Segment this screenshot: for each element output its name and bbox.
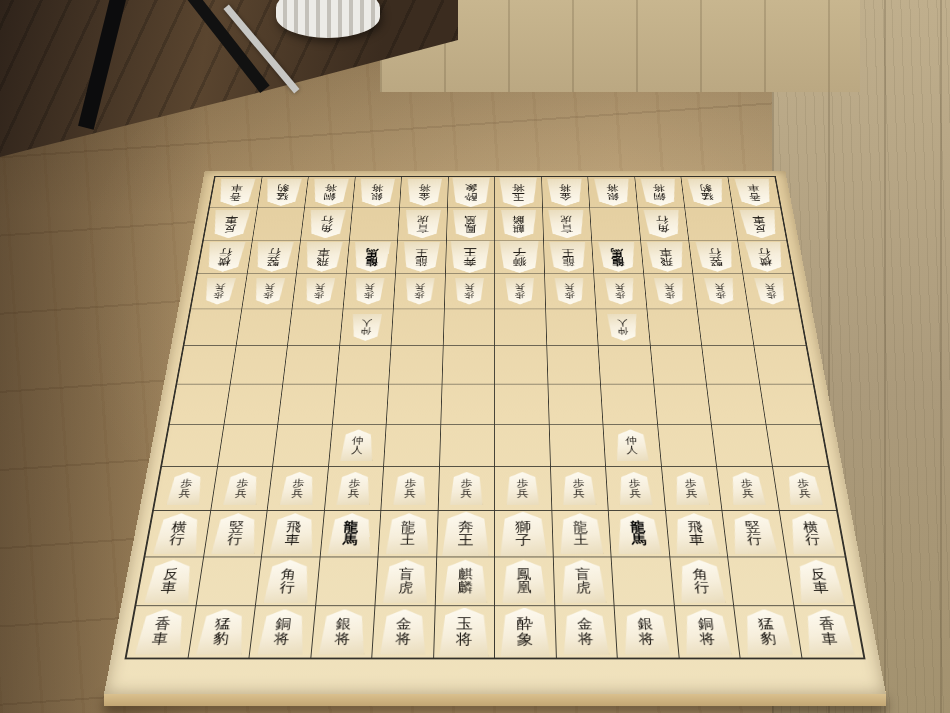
piece-kanji: 兵 [214,283,226,291]
board-cell[interactable] [336,346,391,384]
piece-phoenix[interactable]: 鳳凰 [502,560,546,603]
board-cell[interactable]: 金将 [400,177,448,208]
piece-pawn[interactable]: 歩兵 [506,472,539,505]
board-cell[interactable] [349,208,400,240]
board-cell[interactable] [170,384,230,424]
piece-bishop[interactable]: 角行 [307,210,345,238]
piece-kanji: 行 [268,248,282,257]
board-cell[interactable] [685,208,738,240]
board-cell[interactable]: 竪行 [247,240,301,274]
piece-kanji: 車 [689,533,705,546]
board-cell[interactable] [443,309,495,346]
piece-kanji: 猛 [700,192,713,201]
board-cell[interactable] [273,425,332,467]
piece-pawn[interactable]: 歩兵 [562,472,596,505]
piece-dragon-king[interactable]: 龍王 [550,242,587,272]
piece-kanji: 行 [168,533,185,546]
board-cell[interactable]: 角行 [301,208,353,240]
board-cell[interactable]: 銀将 [311,606,376,657]
board-cell[interactable]: 歩兵 [154,467,218,511]
piece-kanji: 子 [515,533,531,547]
piece-kanji: 兵 [235,488,248,498]
board-cell[interactable]: 猛豹 [257,177,308,208]
board-cell[interactable] [288,309,343,346]
piece-go-between[interactable]: 仲人 [607,314,639,341]
board-cell[interactable] [495,425,551,467]
piece-gold-general[interactable]: 金将 [562,609,609,654]
piece-kanji: 車 [820,632,838,646]
piece-rook[interactable]: 飛車 [647,242,686,272]
piece-kanji: 王 [458,533,474,547]
piece-kanji: 獅 [512,257,526,267]
piece-kanji: 銀 [370,192,383,201]
piece-go-between[interactable]: 仲人 [615,430,649,461]
board-cell[interactable]: 香車 [127,606,196,657]
board-cell[interactable]: 鳳凰 [495,557,555,606]
piece-kanji: 将 [638,632,655,646]
board-cell[interactable] [647,309,702,346]
piece-kanji: 奔 [463,257,477,267]
piece-silver-general[interactable]: 銀将 [594,179,631,206]
piece-kanji: 車 [746,184,759,193]
board-cell[interactable] [230,346,288,384]
board-cell[interactable]: 歩兵 [268,467,329,511]
board-cell[interactable] [332,384,389,424]
piece-kanji: 反 [223,224,237,233]
piece-pawn[interactable]: 歩兵 [455,278,484,304]
piece-kanji: 将 [652,184,665,193]
board-cell[interactable] [316,557,379,606]
piece-kanji: 人 [626,445,638,455]
piece-kanji: 将 [559,184,571,193]
piece-copper-general[interactable]: 銅将 [311,179,349,206]
piece-dragon-king[interactable]: 龍王 [559,513,603,554]
piece-kanji: 歩 [565,291,576,299]
board-cell[interactable]: 歩兵 [594,274,647,309]
board-cell[interactable]: 盲虎 [375,557,436,606]
piece-phoenix[interactable]: 鳳凰 [453,210,489,238]
board-cell[interactable]: 飛車 [297,240,350,274]
piece-blind-tiger[interactable]: 盲虎 [548,210,585,238]
board-cell[interactable] [707,384,766,424]
piece-kanji: 歩 [665,291,676,299]
piece-pawn[interactable]: 歩兵 [404,278,434,304]
board-cell[interactable] [754,346,813,384]
piece-kanji: 盲 [561,224,574,233]
piece-kanji: 馬 [610,248,623,257]
piece-blind-tiger[interactable]: 盲虎 [561,560,606,603]
piece-dragon-king[interactable]: 龍王 [402,242,439,272]
board-cell[interactable] [387,384,442,424]
board-cell[interactable]: 飛車 [641,240,694,274]
piece-kanji: 行 [320,215,333,224]
piece-pawn[interactable]: 歩兵 [618,472,653,505]
board-cell[interactable] [162,425,224,467]
board-cell[interactable] [441,384,495,424]
board-cell[interactable]: 香車 [794,606,863,657]
piece-bishop[interactable]: 角行 [677,560,725,603]
piece-kanji: 兵 [460,488,472,498]
board-cell[interactable]: 龍王 [552,511,612,557]
board-cell[interactable] [698,309,754,346]
board-cell[interactable]: 歩兵 [381,467,439,511]
piece-kanji: 人 [361,319,372,327]
board-cell[interactable] [728,557,794,606]
board-cell[interactable]: 飛車 [262,511,325,557]
piece-kanji: 王 [400,533,415,546]
board-cell[interactable]: 龍馬 [592,240,644,274]
board-cell[interactable]: 銀将 [615,606,680,657]
board-cell[interactable] [278,384,336,424]
board-cell[interactable]: 盲虎 [398,208,448,240]
piece-kanji: 銅 [653,192,666,201]
piece-kanji: 横 [758,257,772,266]
piece-kanji: 歩 [765,291,777,299]
piece-king[interactable]: 玉将 [499,178,537,207]
board-cell[interactable]: 歩兵 [743,274,799,309]
piece-kanji: 虎 [576,581,592,595]
piece-reverse-chariot[interactable]: 反車 [210,210,250,238]
piece-kanji: 車 [659,248,673,257]
board-surface: 香車猛豹銅将銀将金将酔象玉将金将銀将銅将猛豹香車反車角行盲虎鳳凰麒麟盲虎角行反車… [104,171,886,694]
board-cell[interactable]: 竪行 [722,511,786,557]
piece-king[interactable]: 玉将 [439,607,488,656]
piece-silver-general[interactable]: 銀将 [358,179,395,206]
board-cell[interactable]: 歩兵 [693,274,748,309]
piece-pawn[interactable]: 歩兵 [280,472,316,505]
board-cell[interactable] [442,346,495,384]
piece-kanji: 兵 [573,488,585,498]
board-cell[interactable] [495,346,548,384]
board-cell[interactable] [495,384,549,424]
piece-drunk-elephant[interactable]: 酔象 [452,178,490,207]
piece-kanji: 車 [317,248,331,257]
board-cell[interactable]: 銀将 [588,177,637,208]
board-cell[interactable] [548,384,603,424]
board-cell[interactable]: 反車 [136,557,203,606]
piece-reverse-chariot[interactable]: 反車 [795,560,846,603]
board-cell[interactable] [391,309,444,346]
board-cell[interactable] [599,346,654,384]
board-cell[interactable] [196,557,262,606]
board-cell[interactable]: 歩兵 [644,274,698,309]
piece-ferocious-leopard[interactable]: 猛豹 [742,609,793,654]
piece-kanji: 龍 [365,257,378,266]
piece-pawn[interactable]: 歩兵 [202,278,235,304]
piece-kanji: 将 [606,184,619,193]
piece-kanji: 歩 [263,291,275,299]
piece-kanji: 兵 [364,283,375,291]
piece-gold-general[interactable]: 金将 [406,179,442,206]
board-cell[interactable] [549,425,606,467]
piece-ferocious-leopard[interactable]: 猛豹 [196,609,247,654]
piece-rook[interactable]: 飛車 [269,513,316,554]
piece-dragon-horse[interactable]: 龍馬 [598,242,636,272]
board-cell[interactable]: 仲人 [328,425,386,467]
board-cell[interactable]: 竪行 [204,511,268,557]
board-cell[interactable]: 龍馬 [609,511,670,557]
piece-kanji: 歩 [715,291,727,299]
board-cell[interactable]: 歩兵 [495,467,552,511]
piece-dragon-king[interactable]: 龍王 [386,513,430,554]
piece-pawn[interactable]: 歩兵 [354,278,385,304]
piece-ferocious-leopard[interactable]: 猛豹 [687,179,725,206]
piece-kanji: 兵 [517,488,529,498]
board-cell[interactable]: 角行 [638,208,690,240]
board-cell[interactable]: 歩兵 [211,467,273,511]
board-cell[interactable]: 歩兵 [292,274,346,309]
piece-vertical-mover[interactable]: 竪行 [211,513,259,554]
piece-gold-general[interactable]: 金将 [547,179,583,206]
piece-kanji: 車 [284,533,300,546]
board-cell[interactable] [547,346,601,384]
board-cell[interactable] [252,208,305,240]
board-cell[interactable]: 銅将 [249,606,315,657]
piece-pawn[interactable]: 歩兵 [605,278,636,304]
piece-side-mover[interactable]: 横行 [153,513,202,554]
board-cell[interactable] [177,346,236,384]
piece-reverse-chariot[interactable]: 反車 [739,210,779,238]
board-cell[interactable]: 銀将 [352,177,401,208]
board-cell[interactable]: 盲虎 [543,208,593,240]
piece-copper-general[interactable]: 銅将 [682,609,731,654]
board-cell[interactable] [283,346,340,384]
board-cell[interactable]: 龍王 [544,240,595,274]
piece-side-mover[interactable]: 横行 [744,242,785,272]
piece-kanji: 将 [371,184,384,193]
piece-go-between[interactable]: 仲人 [340,430,374,461]
piece-lance[interactable]: 香車 [802,609,854,654]
board-cell[interactable]: 横行 [738,240,793,274]
board-cell[interactable] [612,557,675,606]
piece-rook[interactable]: 飛車 [303,242,342,272]
board-cell[interactable] [546,309,599,346]
piece-pawn[interactable]: 歩兵 [393,472,427,505]
piece-ferocious-leopard[interactable]: 猛豹 [264,179,302,206]
board-cell[interactable]: 香車 [728,177,780,208]
board-cell[interactable]: 歩兵 [551,467,609,511]
board-cell[interactable] [236,309,292,346]
board-cell[interactable] [766,425,828,467]
board-cell[interactable]: 仲人 [596,309,650,346]
piece-pawn[interactable]: 歩兵 [654,278,686,304]
piece-kanji: 車 [151,632,169,646]
piece-dragon-horse[interactable]: 龍馬 [616,513,662,554]
board-cell[interactable] [702,346,760,384]
piece-pawn[interactable]: 歩兵 [253,278,285,304]
piece-free-king[interactable]: 奔王 [450,241,490,273]
piece-kanji: 虎 [560,215,573,224]
board-cell[interactable]: 横行 [779,511,844,557]
board-cell[interactable]: 龍馬 [320,511,381,557]
board-cell[interactable]: 奔王 [445,240,495,274]
board-cell[interactable] [495,309,547,346]
board-cell[interactable]: 玉将 [495,177,543,208]
piece-rook[interactable]: 飛車 [673,513,720,554]
board-cell[interactable] [760,384,820,424]
board-cell[interactable]: 猛豹 [734,606,802,657]
board-cell[interactable]: 歩兵 [495,274,546,309]
piece-side-mover[interactable]: 横行 [787,513,836,554]
piece-pawn[interactable]: 歩兵 [505,278,534,304]
board-cell[interactable]: 盲虎 [553,557,614,606]
piece-kanji: 車 [812,581,829,595]
piece-kanji: 兵 [464,283,475,291]
board-grid: 香車猛豹銅将銀将金将酔象玉将金将銀将銅将猛豹香車反車角行盲虎鳳凰麒麟盲虎角行反車… [124,176,865,659]
board-cell[interactable]: 玉将 [434,606,495,657]
board-cell[interactable]: 鳳凰 [446,208,495,240]
board-cell[interactable]: 反車 [786,557,853,606]
board-cell[interactable] [650,346,707,384]
board-cell[interactable]: 奔王 [437,511,495,557]
piece-side-mover[interactable]: 横行 [204,242,245,272]
piece-go-between[interactable]: 仲人 [351,314,383,341]
board-cell[interactable] [389,346,443,384]
board-cell[interactable]: 歩兵 [662,467,723,511]
board-cell[interactable]: 横行 [198,240,253,274]
board-cell[interactable]: 歩兵 [324,467,384,511]
piece-kanji: 行 [694,581,711,595]
piece-copper-general[interactable]: 銅将 [641,179,679,206]
piece-pawn[interactable]: 歩兵 [223,472,260,505]
piece-bishop[interactable]: 角行 [264,560,312,603]
piece-kanji: 虎 [398,581,414,595]
piece-lance[interactable]: 香車 [135,609,187,654]
board-cell[interactable]: 銅将 [674,606,740,657]
piece-pawn[interactable]: 歩兵 [704,278,736,304]
board-cell[interactable] [224,384,283,424]
piece-lance[interactable]: 香車 [734,179,773,206]
board-cell[interactable]: 歩兵 [606,467,666,511]
board-cell[interactable]: 酔象 [495,606,556,657]
board-cell[interactable]: 銅将 [305,177,355,208]
board-cell[interactable]: 麒麟 [435,557,495,606]
piece-silver-general[interactable]: 銀将 [622,609,670,654]
board-cell[interactable]: 金将 [542,177,590,208]
piece-kirin[interactable]: 麒麟 [501,210,537,238]
board-cell[interactable]: 歩兵 [191,274,247,309]
piece-kanji: 飛 [316,257,330,266]
board-cell[interactable]: 横行 [145,511,210,557]
piece-pawn[interactable]: 歩兵 [450,472,483,505]
board-cell[interactable] [439,425,495,467]
board-cell[interactable]: 獅子 [495,511,553,557]
board-cell[interactable]: 歩兵 [242,274,297,309]
board-cell[interactable]: 獅子 [495,240,545,274]
board-cell[interactable] [748,309,805,346]
piece-pawn[interactable]: 歩兵 [729,472,766,505]
board-cell[interactable] [601,384,658,424]
piece-bishop[interactable]: 角行 [644,210,682,238]
board-cell[interactable]: 銅将 [635,177,685,208]
piece-kanji: 金 [559,192,571,201]
piece-kanji: 行 [757,248,771,257]
piece-pawn[interactable]: 歩兵 [303,278,335,304]
board-cell[interactable]: 反車 [733,208,787,240]
board-cell[interactable]: 龍王 [396,240,447,274]
piece-pawn[interactable]: 歩兵 [785,472,823,505]
board-cell[interactable]: 歩兵 [444,274,495,309]
piece-kanji: 豹 [277,184,290,193]
board-cell[interactable] [590,208,641,240]
board-cell[interactable]: 金将 [555,606,618,657]
board-cell[interactable]: 猛豹 [188,606,256,657]
piece-gold-general[interactable]: 金将 [380,609,427,654]
board-cell[interactable] [384,425,441,467]
board-cell[interactable]: 龍馬 [346,240,398,274]
board-cell[interactable] [658,425,717,467]
piece-kanji: 銅 [323,192,336,201]
piece-vertical-mover[interactable]: 竪行 [730,513,778,554]
piece-kirin[interactable]: 麒麟 [443,560,487,603]
piece-kanji: 兵 [564,283,575,291]
board-cell[interactable] [184,309,241,346]
piece-lion[interactable]: 獅子 [499,241,539,273]
piece-vertical-mover[interactable]: 竪行 [695,242,735,272]
board-cell[interactable] [712,425,773,467]
piece-blind-tiger[interactable]: 盲虎 [404,210,441,238]
piece-lion[interactable]: 獅子 [500,512,547,556]
piece-pawn[interactable]: 歩兵 [555,278,585,304]
piece-reverse-chariot[interactable]: 反車 [144,560,195,603]
piece-kanji: 歩 [464,291,475,299]
piece-lance[interactable]: 香車 [216,179,255,206]
piece-dragon-horse[interactable]: 龍馬 [328,513,374,554]
board-cell[interactable]: 金将 [372,606,435,657]
board-cell[interactable]: 歩兵 [717,467,779,511]
piece-kanji: 竪 [266,257,280,266]
piece-vertical-mover[interactable]: 竪行 [254,242,294,272]
board-cell[interactable]: 角行 [256,557,320,606]
piece-free-king[interactable]: 奔王 [442,512,489,556]
piece-copper-general[interactable]: 銅将 [257,609,306,654]
piece-drunk-elephant[interactable]: 酔象 [501,607,550,656]
piece-kanji: 兵 [514,283,525,291]
piece-pawn[interactable]: 歩兵 [754,278,787,304]
piece-pawn[interactable]: 歩兵 [167,472,205,505]
board-cell[interactable]: 角行 [670,557,734,606]
piece-kanji: 子 [512,247,525,257]
piece-silver-general[interactable]: 銀将 [319,609,367,654]
board-cell[interactable]: 歩兵 [773,467,837,511]
board-cell[interactable] [217,425,278,467]
board-cell[interactable]: 歩兵 [438,467,495,511]
board-cell[interactable]: 反車 [204,208,258,240]
chu-shogi-board: 香車猛豹銅将銀将金将酔象玉将金将銀将銅将猛豹香車反車角行盲虎鳳凰麒麟盲虎角行反車… [104,171,886,694]
board-cell[interactable]: 歩兵 [343,274,396,309]
piece-kanji: 龍 [414,257,427,266]
piece-pawn[interactable]: 歩兵 [337,472,372,505]
board-cell[interactable]: 猛豹 [681,177,732,208]
board-cell[interactable]: 飛車 [666,511,729,557]
board-cell[interactable]: 竪行 [689,240,743,274]
piece-kanji: 仲 [361,327,372,335]
board-cell[interactable]: 香車 [210,177,262,208]
board-cell[interactable]: 酔象 [447,177,495,208]
board-cell[interactable] [654,384,712,424]
board-cell[interactable]: 仲人 [340,309,394,346]
piece-pawn[interactable]: 歩兵 [673,472,709,505]
board-cell[interactable]: 仲人 [603,425,661,467]
piece-kanji: 兵 [178,488,191,498]
piece-kanji: 酔 [465,192,478,201]
piece-dragon-horse[interactable]: 龍馬 [353,242,391,272]
board-cell[interactable]: 麒麟 [495,208,544,240]
piece-blind-tiger[interactable]: 盲虎 [383,560,428,603]
board-cell[interactable]: 歩兵 [394,274,446,309]
board-cell[interactable]: 龍王 [378,511,438,557]
board-cell[interactable]: 歩兵 [545,274,597,309]
